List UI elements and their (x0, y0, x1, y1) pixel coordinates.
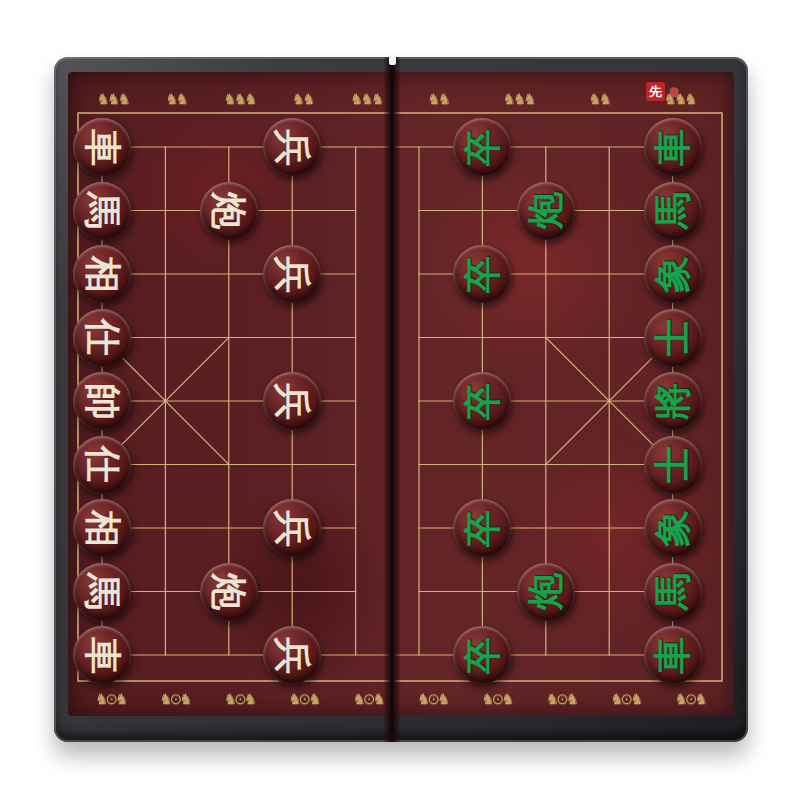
piece-green-車[interactable]: 車 (644, 118, 702, 176)
piece-red-相[interactable]: 相 (73, 245, 131, 303)
piece-character: 炮 (210, 192, 247, 229)
piece-character: 兵 (274, 129, 311, 166)
piece-character: 兵 (274, 256, 311, 293)
piece-red-仕[interactable]: 仕 (73, 436, 131, 494)
piece-green-車[interactable]: 車 (644, 626, 702, 684)
piece-green-象[interactable]: 象 (644, 245, 702, 303)
piece-green-士[interactable]: 士 (644, 436, 702, 494)
piece-green-卒[interactable]: 卒 (453, 372, 511, 430)
piece-red-仕[interactable]: 仕 (73, 309, 131, 367)
piece-red-車[interactable]: 車 (73, 626, 131, 684)
piece-character: 兵 (274, 383, 311, 420)
piece-character: 卒 (464, 637, 501, 674)
piece-character: 卒 (464, 129, 501, 166)
piece-character: 相 (84, 256, 121, 293)
piece-red-馬[interactable]: 馬 (73, 182, 131, 240)
piece-character: 卒 (464, 510, 501, 547)
piece-green-馬[interactable]: 馬 (644, 182, 702, 240)
piece-character: 象 (654, 256, 691, 293)
piece-character: 馬 (654, 192, 691, 229)
piece-green-炮[interactable]: 炮 (517, 182, 575, 240)
piece-red-相[interactable]: 相 (73, 499, 131, 557)
piece-green-卒[interactable]: 卒 (453, 118, 511, 176)
piece-green-卒[interactable]: 卒 (453, 245, 511, 303)
piece-character: 炮 (210, 573, 247, 610)
piece-green-士[interactable]: 士 (644, 309, 702, 367)
piece-red-帥[interactable]: 帥 (73, 372, 131, 430)
piece-character: 卒 (464, 383, 501, 420)
piece-character: 馬 (654, 573, 691, 610)
piece-character: 相 (84, 510, 121, 547)
piece-character: 將 (654, 383, 691, 420)
piece-character: 炮 (527, 573, 564, 610)
piece-green-馬[interactable]: 馬 (644, 563, 702, 621)
piece-green-將[interactable]: 將 (644, 372, 702, 430)
piece-character: 士 (654, 319, 691, 356)
piece-character: 馬 (84, 192, 121, 229)
piece-character: 車 (654, 637, 691, 674)
piece-character: 兵 (274, 637, 311, 674)
piece-green-象[interactable]: 象 (644, 499, 702, 557)
piece-character: 象 (654, 510, 691, 547)
piece-character: 車 (84, 129, 121, 166)
piece-red-車[interactable]: 車 (73, 118, 131, 176)
piece-green-卒[interactable]: 卒 (453, 626, 511, 684)
piece-character: 帥 (84, 383, 121, 420)
piece-red-兵[interactable]: 兵 (263, 118, 321, 176)
piece-red-炮[interactable]: 炮 (200, 182, 258, 240)
piece-red-兵[interactable]: 兵 (263, 245, 321, 303)
piece-green-卒[interactable]: 卒 (453, 499, 511, 557)
piece-character: 炮 (527, 192, 564, 229)
piece-red-馬[interactable]: 馬 (73, 563, 131, 621)
piece-red-兵[interactable]: 兵 (263, 372, 321, 430)
product-photo-stage: ♞♞♞♞♞♞♞♞♞♞♞♞♞ ♞♞♞♞♞♞♞♞♞♞ ♞⊙♞♞⊙♞♞⊙♞♞⊙♞♞⊙♞… (0, 0, 800, 800)
piece-character: 仕 (84, 446, 121, 483)
piece-red-炮[interactable]: 炮 (200, 563, 258, 621)
piece-character: 卒 (464, 256, 501, 293)
piece-character: 車 (654, 129, 691, 166)
piece-red-兵[interactable]: 兵 (263, 499, 321, 557)
piece-character: 仕 (84, 319, 121, 356)
pieces-layer: 車馬相仕帥仕相馬車炮炮兵兵兵兵兵卒卒卒卒卒炮炮車馬象士將士象馬車 (0, 0, 800, 800)
piece-character: 車 (84, 637, 121, 674)
piece-character: 兵 (274, 510, 311, 547)
piece-character: 士 (654, 446, 691, 483)
piece-character: 馬 (84, 573, 121, 610)
piece-red-兵[interactable]: 兵 (263, 626, 321, 684)
piece-green-炮[interactable]: 炮 (517, 563, 575, 621)
